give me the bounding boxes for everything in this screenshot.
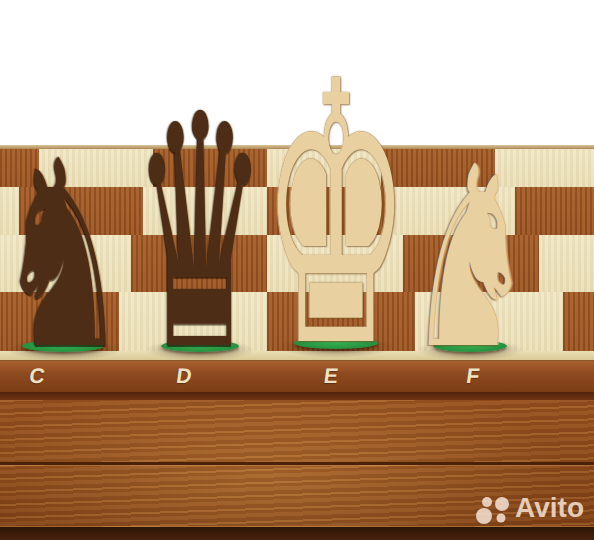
avito-logo-icon — [475, 488, 513, 528]
chess-piece-dark-knight: ♞ — [0, 127, 138, 385]
wood-plank-seam — [0, 462, 594, 465]
chess-piece-light-king: ♚ — [253, 35, 420, 397]
listing-photo: CDEF ♞♛♚♞ Avito — [0, 0, 594, 540]
board-square — [539, 235, 594, 292]
board-square — [563, 292, 594, 358]
box-bottom-edge — [0, 527, 594, 540]
chess-piece-light-knight: ♞ — [398, 134, 543, 384]
avito-watermark-text: Avito — [515, 492, 584, 524]
avito-watermark: Avito — [475, 488, 584, 528]
